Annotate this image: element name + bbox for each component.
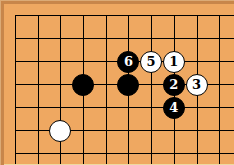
- stone-white-3[interactable]: 3: [186, 74, 208, 96]
- intersection-c7-r4[interactable]: [140, 73, 163, 96]
- intersection-c10-r5[interactable]: [208, 96, 231, 119]
- go-diagram: 651234: [0, 0, 234, 165]
- intersection-c8-r3[interactable]: 1: [163, 50, 186, 73]
- intersection-c1-r3[interactable]: [4, 50, 27, 73]
- intersection-c3-r3[interactable]: [49, 50, 72, 73]
- intersection-c3-r5[interactable]: [49, 96, 72, 119]
- intersection-c2-r5[interactable]: [27, 96, 50, 119]
- intersection-c5-r4[interactable]: [95, 73, 118, 96]
- intersection-c8-r4[interactable]: 2: [163, 73, 186, 96]
- intersection-c3-r4[interactable]: [49, 73, 72, 96]
- intersection-c3-r7[interactable]: [49, 142, 72, 165]
- intersection-c4-r1[interactable]: [72, 4, 95, 27]
- intersection-c6-r3[interactable]: 6: [117, 50, 140, 73]
- intersection-c3-r1[interactable]: [49, 4, 72, 27]
- intersection-c2-r3[interactable]: [27, 50, 50, 73]
- intersection-c7-r1[interactable]: [140, 4, 163, 27]
- intersection-c10-r6[interactable]: [208, 119, 231, 142]
- board-frame: 651234: [1, 1, 234, 165]
- intersection-c8-r7[interactable]: [163, 142, 186, 165]
- intersection-c2-r1[interactable]: [27, 4, 50, 27]
- board-crop-extension: [231, 27, 234, 50]
- intersection-c4-r5[interactable]: [72, 96, 95, 119]
- intersection-c1-r2[interactable]: [4, 27, 27, 50]
- intersection-c4-r4[interactable]: [72, 73, 95, 96]
- intersection-c5-r2[interactable]: [95, 27, 118, 50]
- intersection-c3-r6[interactable]: [49, 119, 72, 142]
- intersection-c1-r1[interactable]: [4, 4, 27, 27]
- intersection-c9-r1[interactable]: [186, 4, 209, 27]
- intersection-c1-r5[interactable]: [4, 96, 27, 119]
- stone-black-4[interactable]: 4: [163, 97, 185, 119]
- intersection-c6-r2[interactable]: [117, 27, 140, 50]
- board-crop-extension: [231, 142, 234, 165]
- intersection-c2-r7[interactable]: [27, 142, 50, 165]
- stone-white-plain[interactable]: [49, 120, 71, 142]
- intersection-c5-r3[interactable]: [95, 50, 118, 73]
- intersection-c6-r4[interactable]: [117, 73, 140, 96]
- intersection-c5-r1[interactable]: [95, 4, 118, 27]
- board-crop-extension: [231, 96, 234, 119]
- board-crop-extension: [231, 119, 234, 142]
- stone-white-1[interactable]: 1: [163, 51, 185, 73]
- intersection-c7-r7[interactable]: [140, 142, 163, 165]
- intersection-c8-r5[interactable]: 4: [163, 96, 186, 119]
- stone-black-2[interactable]: 2: [163, 74, 185, 96]
- intersection-c9-r2[interactable]: [186, 27, 209, 50]
- intersection-c7-r6[interactable]: [140, 119, 163, 142]
- intersection-c8-r2[interactable]: [163, 27, 186, 50]
- intersection-c9-r3[interactable]: [186, 50, 209, 73]
- intersection-c2-r4[interactable]: [27, 73, 50, 96]
- intersection-c10-r4[interactable]: [208, 73, 231, 96]
- intersection-c1-r7[interactable]: [4, 142, 27, 165]
- intersection-c10-r3[interactable]: [208, 50, 231, 73]
- intersection-c2-r2[interactable]: [27, 27, 50, 50]
- board-crop-extension: [231, 73, 234, 96]
- intersection-c7-r5[interactable]: [140, 96, 163, 119]
- intersection-c6-r6[interactable]: [117, 119, 140, 142]
- intersection-c9-r5[interactable]: [186, 96, 209, 119]
- intersection-c3-r2[interactable]: [49, 27, 72, 50]
- intersection-c6-r1[interactable]: [117, 4, 140, 27]
- intersection-c9-r6[interactable]: [186, 119, 209, 142]
- intersection-c5-r5[interactable]: [95, 96, 118, 119]
- intersection-c7-r2[interactable]: [140, 27, 163, 50]
- intersection-c7-r3[interactable]: 5: [140, 50, 163, 73]
- intersection-c10-r2[interactable]: [208, 27, 231, 50]
- intersection-c10-r1[interactable]: [208, 4, 231, 27]
- intersection-c2-r6[interactable]: [27, 119, 50, 142]
- go-board: 651234: [4, 4, 234, 165]
- intersection-c1-r4[interactable]: [4, 73, 27, 96]
- stone-white-5[interactable]: 5: [140, 51, 162, 73]
- intersection-c5-r6[interactable]: [95, 119, 118, 142]
- intersection-c9-r4[interactable]: 3: [186, 73, 209, 96]
- stone-black-plain[interactable]: [117, 74, 139, 96]
- intersection-c6-r7[interactable]: [117, 142, 140, 165]
- intersection-c9-r7[interactable]: [186, 142, 209, 165]
- board-crop-extension: [231, 50, 234, 73]
- intersection-c1-r6[interactable]: [4, 119, 27, 142]
- intersection-c6-r5[interactable]: [117, 96, 140, 119]
- stone-black-6[interactable]: 6: [117, 51, 139, 73]
- intersection-c4-r7[interactable]: [72, 142, 95, 165]
- board-crop-extension: [231, 4, 234, 27]
- intersection-c8-r1[interactable]: [163, 4, 186, 27]
- intersection-c8-r6[interactable]: [163, 119, 186, 142]
- board-edge-highlight: [4, 164, 234, 165]
- intersection-c5-r7[interactable]: [95, 142, 118, 165]
- intersection-c4-r6[interactable]: [72, 119, 95, 142]
- stone-black-plain[interactable]: [72, 74, 94, 96]
- intersection-c4-r3[interactable]: [72, 50, 95, 73]
- intersection-c4-r2[interactable]: [72, 27, 95, 50]
- intersection-c10-r7[interactable]: [208, 142, 231, 165]
